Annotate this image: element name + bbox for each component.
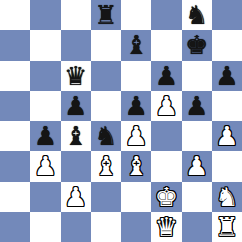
- square-d2[interactable]: [91, 182, 121, 212]
- square-e4[interactable]: ♟: [121, 121, 151, 151]
- piece-white-pawn: ♟: [34, 151, 57, 181]
- square-c7[interactable]: [61, 30, 91, 60]
- piece-black-pawn: ♟: [155, 61, 178, 91]
- chess-board: ♜♞♝♚♛♟♟♟♟♟♟♟♝♞♟♟♟♝♝♟♟♚♞♛♜: [0, 0, 242, 242]
- square-f3[interactable]: [151, 151, 181, 181]
- square-e5[interactable]: ♟: [121, 91, 151, 121]
- square-g5[interactable]: ♟: [182, 91, 212, 121]
- square-e1[interactable]: [121, 212, 151, 242]
- square-f7[interactable]: [151, 30, 181, 60]
- square-e8[interactable]: [121, 0, 151, 30]
- piece-white-pawn: ♟: [185, 151, 208, 181]
- square-d6[interactable]: [91, 61, 121, 91]
- square-c1[interactable]: [61, 212, 91, 242]
- piece-black-queen: ♛: [64, 61, 87, 91]
- square-c8[interactable]: [61, 0, 91, 30]
- piece-black-pawn: ♟: [64, 91, 87, 121]
- piece-black-bishop: ♝: [124, 30, 147, 60]
- square-a7[interactable]: [0, 30, 30, 60]
- square-b2[interactable]: [30, 182, 60, 212]
- square-e3[interactable]: ♝: [121, 151, 151, 181]
- piece-black-rook: ♜: [94, 0, 117, 30]
- square-b7[interactable]: [30, 30, 60, 60]
- square-f2[interactable]: ♚: [151, 182, 181, 212]
- square-d8[interactable]: ♜: [91, 0, 121, 30]
- chess-board-container: ♜♞♝♚♛♟♟♟♟♟♟♟♝♞♟♟♟♝♝♟♟♚♞♛♜: [0, 0, 242, 242]
- piece-black-pawn: ♟: [124, 91, 147, 121]
- piece-white-pawn: ♟: [155, 91, 178, 121]
- piece-black-king: ♚: [185, 30, 208, 60]
- square-h5[interactable]: [212, 91, 242, 121]
- square-g1[interactable]: [182, 212, 212, 242]
- piece-white-queen: ♛: [155, 212, 178, 242]
- square-b5[interactable]: [30, 91, 60, 121]
- square-h8[interactable]: [212, 0, 242, 30]
- piece-black-bishop: ♝: [64, 121, 87, 151]
- square-h1[interactable]: ♜: [212, 212, 242, 242]
- square-b3[interactable]: ♟: [30, 151, 60, 181]
- piece-black-knight: ♞: [185, 0, 208, 30]
- square-e6[interactable]: [121, 61, 151, 91]
- square-b8[interactable]: [30, 0, 60, 30]
- piece-white-bishop: ♝: [124, 151, 147, 181]
- square-f6[interactable]: ♟: [151, 61, 181, 91]
- square-h3[interactable]: [212, 151, 242, 181]
- square-d4[interactable]: ♞: [91, 121, 121, 151]
- square-g3[interactable]: ♟: [182, 151, 212, 181]
- piece-white-king: ♚: [155, 182, 178, 212]
- square-c4[interactable]: ♝: [61, 121, 91, 151]
- square-f5[interactable]: ♟: [151, 91, 181, 121]
- square-f1[interactable]: ♛: [151, 212, 181, 242]
- square-g8[interactable]: ♞: [182, 0, 212, 30]
- square-g7[interactable]: ♚: [182, 30, 212, 60]
- piece-white-pawn: ♟: [124, 121, 147, 151]
- square-g2[interactable]: [182, 182, 212, 212]
- square-g6[interactable]: [182, 61, 212, 91]
- square-a5[interactable]: [0, 91, 30, 121]
- square-h6[interactable]: ♟: [212, 61, 242, 91]
- square-a2[interactable]: [0, 182, 30, 212]
- piece-black-pawn: ♟: [34, 121, 57, 151]
- square-a4[interactable]: [0, 121, 30, 151]
- square-a3[interactable]: [0, 151, 30, 181]
- square-a6[interactable]: [0, 61, 30, 91]
- square-d5[interactable]: [91, 91, 121, 121]
- square-c2[interactable]: ♟: [61, 182, 91, 212]
- square-c5[interactable]: ♟: [61, 91, 91, 121]
- piece-black-pawn: ♟: [215, 61, 238, 91]
- square-d3[interactable]: ♝: [91, 151, 121, 181]
- square-h2[interactable]: ♞: [212, 182, 242, 212]
- piece-white-pawn: ♟: [64, 182, 87, 212]
- square-e7[interactable]: ♝: [121, 30, 151, 60]
- square-c3[interactable]: [61, 151, 91, 181]
- square-e2[interactable]: [121, 182, 151, 212]
- piece-white-pawn: ♟: [215, 121, 238, 151]
- square-h4[interactable]: ♟: [212, 121, 242, 151]
- square-b4[interactable]: ♟: [30, 121, 60, 151]
- piece-white-bishop: ♝: [94, 151, 117, 181]
- square-b6[interactable]: [30, 61, 60, 91]
- square-g4[interactable]: [182, 121, 212, 151]
- square-a8[interactable]: [0, 0, 30, 30]
- square-f4[interactable]: [151, 121, 181, 151]
- piece-black-pawn: ♟: [185, 91, 208, 121]
- piece-white-rook: ♜: [215, 212, 238, 242]
- square-a1[interactable]: [0, 212, 30, 242]
- square-d1[interactable]: [91, 212, 121, 242]
- square-h7[interactable]: [212, 30, 242, 60]
- piece-black-knight: ♞: [94, 121, 117, 151]
- square-b1[interactable]: [30, 212, 60, 242]
- square-f8[interactable]: [151, 0, 181, 30]
- piece-white-knight: ♞: [215, 182, 238, 212]
- square-c6[interactable]: ♛: [61, 61, 91, 91]
- square-d7[interactable]: [91, 30, 121, 60]
